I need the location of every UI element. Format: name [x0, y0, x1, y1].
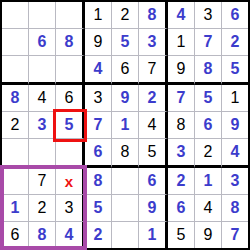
cell-r4c9[interactable]: 1 [222, 85, 248, 112]
cell-r5c1[interactable]: 2 [2, 112, 29, 139]
cell-r4c7[interactable]: 7 [168, 85, 195, 112]
cell-r3c9[interactable]: 5 [222, 56, 248, 85]
cell-r1c3[interactable] [56, 2, 85, 29]
cell-r2c2[interactable]: 6 [29, 29, 56, 56]
cell-r5c3[interactable]: 5 [56, 112, 85, 139]
cell-r3c5[interactable]: 6 [112, 56, 139, 85]
cell-r4c1[interactable]: 8 [2, 85, 29, 112]
cell-r9c7[interactable]: 5 [168, 222, 195, 248]
cell-r1c8[interactable]: 3 [195, 2, 222, 29]
cell-r4c6[interactable]: 2 [139, 85, 168, 112]
cell-r7c1[interactable] [2, 168, 29, 195]
cell-r3c7[interactable]: 9 [168, 56, 195, 85]
cell-r5c8[interactable]: 6 [195, 112, 222, 139]
cell-r3c4[interactable]: 4 [85, 56, 112, 85]
cell-r2c4[interactable]: 9 [85, 29, 112, 56]
cell-r1c1[interactable] [2, 2, 29, 29]
cell-r4c3[interactable]: 6 [56, 85, 85, 112]
cell-r9c8[interactable]: 9 [195, 222, 222, 248]
cell-r1c9[interactable]: 6 [222, 2, 248, 29]
cell-r5c7[interactable]: 8 [168, 112, 195, 139]
cell-r6c9[interactable]: 4 [222, 139, 248, 168]
cell-r7c8[interactable]: 1 [195, 168, 222, 195]
cell-r2c7[interactable]: 1 [168, 29, 195, 56]
cell-r6c8[interactable]: 2 [195, 139, 222, 168]
cell-r1c6[interactable]: 8 [139, 2, 168, 29]
cell-r5c6[interactable]: 4 [139, 112, 168, 139]
cell-r6c6[interactable]: 5 [139, 139, 168, 168]
cell-r1c4[interactable]: 1 [85, 2, 112, 29]
cell-r3c6[interactable]: 7 [139, 56, 168, 85]
cell-r5c9[interactable]: 9 [222, 112, 248, 139]
cell-r2c5[interactable]: 5 [112, 29, 139, 56]
cell-r6c2[interactable] [29, 139, 56, 168]
cell-r6c5[interactable]: 8 [112, 139, 139, 168]
cell-r6c7[interactable]: 3 [168, 139, 195, 168]
cell-r8c4[interactable]: 5 [85, 195, 112, 222]
cell-r1c2[interactable] [29, 2, 56, 29]
cell-r9c4[interactable]: 2 [85, 222, 112, 248]
cell-r7c5[interactable] [112, 168, 139, 195]
cell-r4c5[interactable]: 9 [112, 85, 139, 112]
cell-r9c5[interactable] [112, 222, 139, 248]
cell-r8c5[interactable] [112, 195, 139, 222]
cell-r8c1[interactable]: 1 [2, 195, 29, 222]
cell-r4c2[interactable]: 4 [29, 85, 56, 112]
cell-r9c1[interactable]: 6 [2, 222, 29, 248]
cell-r9c3[interactable]: 4 [56, 222, 85, 248]
cell-r5c2[interactable]: 3 [29, 112, 56, 139]
cell-r8c7[interactable]: 6 [168, 195, 195, 222]
cell-r9c2[interactable]: 8 [29, 222, 56, 248]
cell-r2c8[interactable]: 7 [195, 29, 222, 56]
cell-r6c3[interactable] [56, 139, 85, 168]
cell-r6c4[interactable]: 6 [85, 139, 112, 168]
cell-r9c6[interactable]: 1 [139, 222, 168, 248]
cell-r8c8[interactable]: 4 [195, 195, 222, 222]
cell-r7c2[interactable]: 7 [29, 168, 56, 195]
sudoku-board: 1284366895317246798584639275123571486968… [0, 0, 250, 250]
cell-r2c9[interactable]: 2 [222, 29, 248, 56]
cell-r5c4[interactable]: 7 [85, 112, 112, 139]
cell-r1c7[interactable]: 4 [168, 2, 195, 29]
cell-r3c3[interactable] [56, 56, 85, 85]
cell-r7c4[interactable]: 8 [85, 168, 112, 195]
cell-r5c5[interactable]: 1 [112, 112, 139, 139]
cell-r2c1[interactable] [2, 29, 29, 56]
cell-r7c9[interactable]: 3 [222, 168, 248, 195]
cell-r7c3[interactable]: x [56, 168, 85, 195]
cell-r1c5[interactable]: 2 [112, 2, 139, 29]
cell-r8c9[interactable]: 8 [222, 195, 248, 222]
cell-r4c4[interactable]: 3 [85, 85, 112, 112]
cell-r6c1[interactable] [2, 139, 29, 168]
cell-r3c1[interactable] [2, 56, 29, 85]
cell-r8c2[interactable]: 2 [29, 195, 56, 222]
cell-r4c8[interactable]: 5 [195, 85, 222, 112]
cell-r3c8[interactable]: 8 [195, 56, 222, 85]
cell-r9c9[interactable]: 7 [222, 222, 248, 248]
cell-r8c6[interactable]: 9 [139, 195, 168, 222]
cell-r3c2[interactable] [29, 56, 56, 85]
cell-r2c6[interactable]: 3 [139, 29, 168, 56]
cell-r7c6[interactable]: 6 [139, 168, 168, 195]
cell-r8c3[interactable]: 3 [56, 195, 85, 222]
cell-r7c7[interactable]: 2 [168, 168, 195, 195]
cell-r2c3[interactable]: 8 [56, 29, 85, 56]
